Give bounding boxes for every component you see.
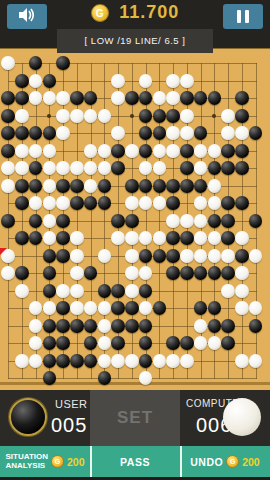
black-stone [139,126,153,140]
white-stone [249,354,263,368]
black-stone [15,126,29,140]
black-stone [139,354,153,368]
black-stone [43,249,57,263]
black-stone [180,144,194,158]
black-stone [139,109,153,123]
user-black-stone-avatar [9,398,47,436]
black-stone [194,266,208,280]
star-point [130,114,134,118]
black-stone [221,336,235,350]
set-label: SET [117,408,153,428]
pass-button[interactable]: PASS [90,446,180,477]
white-stone [235,301,249,315]
white-stone [29,354,43,368]
white-stone [1,179,15,193]
black-stone [70,91,84,105]
black-stone [43,74,57,88]
black-stone [15,231,29,245]
black-stone [1,109,15,123]
white-stone [43,231,57,245]
game-info-strip: [ LOW /19 LINE/ 6.5 ] [57,29,213,53]
black-stone [1,144,15,158]
black-stone [139,336,153,350]
white-stone [153,231,167,245]
black-stone [15,179,29,193]
white-stone [84,301,98,315]
white-stone [153,354,167,368]
black-stone [56,56,70,70]
black-stone [166,109,180,123]
white-stone [139,266,153,280]
black-stone [235,109,249,123]
black-stone [208,161,222,175]
black-stone [235,161,249,175]
white-stone [125,249,139,263]
white-stone [70,231,84,245]
black-stone [194,126,208,140]
black-stone [111,336,125,350]
white-stone [15,284,29,298]
black-stone [98,284,112,298]
pause-button[interactable] [223,4,263,29]
white-stone [29,196,43,210]
black-stone [15,91,29,105]
black-stone [221,231,235,245]
white-stone [153,144,167,158]
pause-icon [237,10,249,23]
white-stone [98,319,112,333]
black-stone [139,249,153,263]
black-stone [29,179,43,193]
white-stone [98,336,112,350]
black-stone [98,179,112,193]
black-stone [180,91,194,105]
black-stone [56,319,70,333]
black-stone [221,161,235,175]
white-stone [194,214,208,228]
white-stone [15,109,29,123]
black-stone [208,319,222,333]
black-stone [15,196,29,210]
situation-analysis-button[interactable]: SITUATION ANALYSIS G 200 [0,446,90,477]
black-stone [221,144,235,158]
action-bar: SITUATION ANALYSIS G 200 PASS UNDO G 200 [0,446,270,477]
black-stone [70,179,84,193]
score-bar: USER 005 SET COMPUTER 006 [0,390,270,446]
black-stone [221,319,235,333]
black-stone [249,319,263,333]
white-stone [249,301,263,315]
white-stone [1,161,15,175]
black-stone [43,266,57,280]
black-stone [166,196,180,210]
white-stone [180,249,194,263]
black-stone [166,249,180,263]
black-stone [43,319,57,333]
white-stone [235,266,249,280]
white-stone [125,144,139,158]
black-stone [56,336,70,350]
white-stone [221,284,235,298]
white-stone [29,144,43,158]
white-stone [235,126,249,140]
white-stone [29,74,43,88]
white-stone [139,231,153,245]
white-stone [139,301,153,315]
black-stone [194,179,208,193]
white-stone [15,144,29,158]
white-stone [153,91,167,105]
white-stone [43,179,57,193]
white-stone [235,231,249,245]
black-stone [111,284,125,298]
board-bottom-edge [0,382,270,385]
white-stone [29,301,43,315]
white-stone [84,179,98,193]
black-stone [208,214,222,228]
coin-icon: G [51,455,64,468]
black-stone [139,91,153,105]
white-stone [125,266,139,280]
black-stone [125,301,139,315]
white-stone [84,109,98,123]
white-stone [194,231,208,245]
white-stone [153,196,167,210]
white-stone [139,196,153,210]
black-stone [166,266,180,280]
black-stone [249,214,263,228]
white-stone [221,126,235,140]
user-label: USER [55,398,88,410]
white-stone [125,231,139,245]
black-stone [180,231,194,245]
black-stone [111,319,125,333]
black-stone [180,266,194,280]
white-stone [221,249,235,263]
situation-analysis-label: SITUATION ANALYSIS [5,453,48,470]
black-stone [139,179,153,193]
black-stone [194,301,208,315]
black-stone [180,179,194,193]
white-stone [1,249,15,263]
white-stone [70,161,84,175]
white-stone [166,91,180,105]
black-stone [29,231,43,245]
black-stone [249,126,263,140]
black-stone [235,91,249,105]
white-stone [166,144,180,158]
coin-icon: G [91,4,109,22]
star-point [212,114,216,118]
white-stone [56,284,70,298]
white-stone [70,109,84,123]
white-stone [194,336,208,350]
pass-label: PASS [120,456,150,468]
white-stone [43,144,57,158]
white-stone [43,161,57,175]
white-stone [15,354,29,368]
white-stone [166,214,180,228]
white-stone [111,91,125,105]
black-stone [221,196,235,210]
white-stone [180,109,194,123]
black-stone [194,91,208,105]
black-stone [29,161,43,175]
black-stone [98,196,112,210]
white-stone [84,161,98,175]
white-stone [1,56,15,70]
black-stone [235,249,249,263]
white-stone [98,249,112,263]
black-stone [125,179,139,193]
white-stone [111,74,125,88]
go-board[interactable] [0,48,270,390]
white-stone [43,196,57,210]
black-stone [70,354,84,368]
black-stone [70,319,84,333]
black-stone [125,319,139,333]
white-stone [70,266,84,280]
white-stone [56,161,70,175]
white-stone [111,126,125,140]
white-stone [56,126,70,140]
undo-cost: 200 [242,456,260,468]
white-stone [56,91,70,105]
computer-white-stone-avatar [223,398,261,436]
black-stone [139,319,153,333]
black-stone [166,179,180,193]
black-stone [153,249,167,263]
black-stone [111,161,125,175]
undo-label: UNDO [190,456,223,468]
black-stone [235,196,249,210]
coin-amount: 11.700 [119,2,179,23]
white-stone [70,284,84,298]
white-stone [180,214,194,228]
black-stone [1,126,15,140]
black-stone [70,196,84,210]
white-stone [125,196,139,210]
black-stone [29,126,43,140]
white-stone [180,74,194,88]
white-stone [111,354,125,368]
black-stone [84,91,98,105]
white-stone [125,354,139,368]
black-stone [139,144,153,158]
white-stone [56,109,70,123]
white-stone [166,126,180,140]
white-stone [249,249,263,263]
black-stone [43,336,57,350]
white-stone [111,231,125,245]
last-move-marker [0,248,7,256]
white-stone [194,161,208,175]
black-stone [84,354,98,368]
situation-analysis-cost: 200 [67,456,85,468]
black-stone [125,91,139,105]
white-stone [43,91,57,105]
white-stone [43,214,57,228]
white-stone [208,231,222,245]
white-stone [194,249,208,263]
black-stone [56,354,70,368]
black-stone [221,214,235,228]
white-stone [29,319,43,333]
black-stone [180,161,194,175]
black-stone [43,371,57,385]
white-stone [153,161,167,175]
black-stone [1,91,15,105]
white-stone [208,144,222,158]
white-stone [1,266,15,280]
white-stone [56,196,70,210]
black-stone [153,179,167,193]
white-stone [221,109,235,123]
black-stone [56,249,70,263]
black-stone [56,179,70,193]
white-stone [166,74,180,88]
black-stone [153,301,167,315]
undo-button[interactable]: UNDO G 200 [180,446,270,477]
black-stone [166,231,180,245]
white-stone [166,354,180,368]
white-stone [194,144,208,158]
black-stone [139,284,153,298]
white-stone [194,319,208,333]
white-stone [208,249,222,263]
black-stone [56,301,70,315]
black-stone [15,74,29,88]
black-stone [29,214,43,228]
black-stone [84,336,98,350]
white-stone [29,91,43,105]
white-stone [98,109,112,123]
black-stone [208,301,222,315]
black-stone [1,214,15,228]
white-stone [43,301,57,315]
white-stone [98,161,112,175]
white-stone [208,336,222,350]
black-stone [153,126,167,140]
white-stone [180,354,194,368]
black-stone [43,354,57,368]
white-stone [15,161,29,175]
white-stone [98,354,112,368]
black-stone [235,144,249,158]
user-score: 005 [51,414,87,437]
black-stone [111,301,125,315]
black-stone [84,319,98,333]
black-stone [43,126,57,140]
black-stone [43,284,57,298]
white-stone [139,371,153,385]
black-stone [166,336,180,350]
star-point [47,114,51,118]
black-stone [84,196,98,210]
set-button[interactable]: SET [90,390,180,446]
black-stone [84,266,98,280]
white-stone [139,74,153,88]
white-stone [180,126,194,140]
white-stone [98,301,112,315]
white-stone [70,249,84,263]
white-stone [98,144,112,158]
white-stone [208,179,222,193]
black-stone [208,266,222,280]
black-stone [125,214,139,228]
white-stone [235,354,249,368]
black-stone [180,336,194,350]
white-stone [235,284,249,298]
white-stone [125,284,139,298]
white-stone [139,161,153,175]
black-stone [15,266,29,280]
black-stone [111,214,125,228]
white-stone [84,144,98,158]
black-stone [208,91,222,105]
go-app-screen: G 11.700 [ LOW /19 LINE/ 6.5 ] USER 005 … [0,0,270,480]
black-stone [29,56,43,70]
white-stone [29,336,43,350]
black-stone [56,214,70,228]
white-stone [70,301,84,315]
white-stone [208,196,222,210]
black-stone [153,109,167,123]
white-stone [194,196,208,210]
black-stone [111,144,125,158]
black-stone [221,266,235,280]
black-stone [56,231,70,245]
black-stone [98,371,112,385]
coin-icon: G [226,455,239,468]
